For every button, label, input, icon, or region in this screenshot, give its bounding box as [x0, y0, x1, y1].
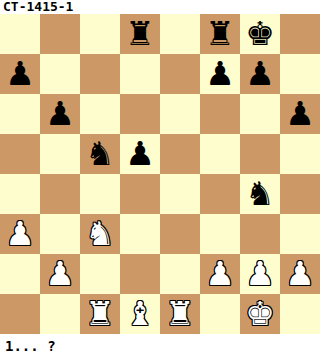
- black-pawn-piece[interactable]: ♟: [5, 54, 35, 94]
- black-pawn-piece[interactable]: ♟: [125, 134, 155, 174]
- square-c4[interactable]: [80, 174, 120, 214]
- square-a2[interactable]: [0, 254, 40, 294]
- square-h3[interactable]: [280, 214, 320, 254]
- square-b5[interactable]: [40, 134, 80, 174]
- square-b4[interactable]: [40, 174, 80, 214]
- square-f5[interactable]: [200, 134, 240, 174]
- square-a8[interactable]: [0, 14, 40, 54]
- square-h5[interactable]: [280, 134, 320, 174]
- square-g3[interactable]: [240, 214, 280, 254]
- square-b3[interactable]: [40, 214, 80, 254]
- square-c2[interactable]: [80, 254, 120, 294]
- square-f8[interactable]: ♜: [200, 14, 240, 54]
- black-knight-piece[interactable]: ♞: [85, 134, 115, 174]
- square-b1[interactable]: [40, 294, 80, 334]
- square-g2[interactable]: ♟: [240, 254, 280, 294]
- white-pawn-piece[interactable]: ♟: [45, 254, 75, 294]
- square-d3[interactable]: [120, 214, 160, 254]
- square-a3[interactable]: ♟: [0, 214, 40, 254]
- square-d8[interactable]: ♜: [120, 14, 160, 54]
- square-a6[interactable]: [0, 94, 40, 134]
- square-b6[interactable]: ♟: [40, 94, 80, 134]
- white-pawn-piece[interactable]: ♟: [285, 254, 315, 294]
- white-bishop-piece[interactable]: ♝: [125, 294, 155, 334]
- square-c5[interactable]: ♞: [80, 134, 120, 174]
- black-pawn-piece[interactable]: ♟: [285, 94, 315, 134]
- square-c3[interactable]: ♞: [80, 214, 120, 254]
- square-c6[interactable]: [80, 94, 120, 134]
- square-g6[interactable]: [240, 94, 280, 134]
- square-g8[interactable]: ♚: [240, 14, 280, 54]
- puzzle-id-label: CT-1415-1: [0, 0, 320, 14]
- square-h1[interactable]: [280, 294, 320, 334]
- white-knight-piece[interactable]: ♞: [85, 214, 115, 254]
- black-rook-piece[interactable]: ♜: [205, 14, 235, 54]
- square-c1[interactable]: ♜: [80, 294, 120, 334]
- black-knight-piece[interactable]: ♞: [245, 174, 275, 214]
- square-d1[interactable]: ♝: [120, 294, 160, 334]
- square-a7[interactable]: ♟: [0, 54, 40, 94]
- square-b8[interactable]: [40, 14, 80, 54]
- square-e7[interactable]: [160, 54, 200, 94]
- white-pawn-piece[interactable]: ♟: [5, 214, 35, 254]
- square-g4[interactable]: ♞: [240, 174, 280, 214]
- white-rook-piece[interactable]: ♜: [165, 294, 195, 334]
- square-h4[interactable]: [280, 174, 320, 214]
- square-e6[interactable]: [160, 94, 200, 134]
- square-h2[interactable]: ♟: [280, 254, 320, 294]
- square-d5[interactable]: ♟: [120, 134, 160, 174]
- black-pawn-piece[interactable]: ♟: [205, 54, 235, 94]
- black-king-piece[interactable]: ♚: [245, 14, 275, 54]
- square-d6[interactable]: [120, 94, 160, 134]
- square-f2[interactable]: ♟: [200, 254, 240, 294]
- black-pawn-piece[interactable]: ♟: [245, 54, 275, 94]
- square-a1[interactable]: [0, 294, 40, 334]
- square-f7[interactable]: ♟: [200, 54, 240, 94]
- black-pawn-piece[interactable]: ♟: [45, 94, 75, 134]
- square-f1[interactable]: [200, 294, 240, 334]
- move-prompt-label: 1... ?: [0, 334, 320, 360]
- square-e8[interactable]: [160, 14, 200, 54]
- square-b7[interactable]: [40, 54, 80, 94]
- square-e4[interactable]: [160, 174, 200, 214]
- white-rook-piece[interactable]: ♜: [85, 294, 115, 334]
- square-d7[interactable]: [120, 54, 160, 94]
- square-b2[interactable]: ♟: [40, 254, 80, 294]
- square-f6[interactable]: [200, 94, 240, 134]
- square-c7[interactable]: [80, 54, 120, 94]
- square-g1[interactable]: ♚: [240, 294, 280, 334]
- square-g5[interactable]: [240, 134, 280, 174]
- square-c8[interactable]: [80, 14, 120, 54]
- square-h8[interactable]: [280, 14, 320, 54]
- square-h6[interactable]: ♟: [280, 94, 320, 134]
- square-e2[interactable]: [160, 254, 200, 294]
- square-e5[interactable]: [160, 134, 200, 174]
- square-d4[interactable]: [120, 174, 160, 214]
- square-d2[interactable]: [120, 254, 160, 294]
- chess-puzzle-page: CT-1415-1 ♜♜♚♟♟♟♟♟♞♟♞♟♞♟♟♟♟♜♝♜♚ 1... ?: [0, 0, 320, 360]
- square-h7[interactable]: [280, 54, 320, 94]
- chess-board: ♜♜♚♟♟♟♟♟♞♟♞♟♞♟♟♟♟♜♝♜♚: [0, 14, 320, 334]
- white-pawn-piece[interactable]: ♟: [245, 254, 275, 294]
- white-pawn-piece[interactable]: ♟: [205, 254, 235, 294]
- square-f3[interactable]: [200, 214, 240, 254]
- square-a5[interactable]: [0, 134, 40, 174]
- white-king-piece[interactable]: ♚: [245, 294, 275, 334]
- square-g7[interactable]: ♟: [240, 54, 280, 94]
- square-f4[interactable]: [200, 174, 240, 214]
- square-e3[interactable]: [160, 214, 200, 254]
- black-rook-piece[interactable]: ♜: [125, 14, 155, 54]
- square-e1[interactable]: ♜: [160, 294, 200, 334]
- square-a4[interactable]: [0, 174, 40, 214]
